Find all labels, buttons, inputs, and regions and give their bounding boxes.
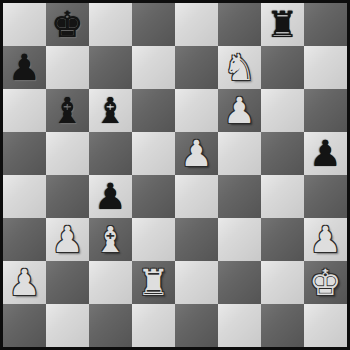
square-h4[interactable]	[304, 175, 347, 218]
square-d8[interactable]	[132, 3, 175, 46]
chess-board: ♚♜♟♞♝♝♟♟♟♟♟♝♟♟♜♚	[3, 3, 347, 347]
square-f5[interactable]	[218, 132, 261, 175]
square-d4[interactable]	[132, 175, 175, 218]
square-a4[interactable]	[3, 175, 46, 218]
piece-black-pawn-c4[interactable]: ♟	[94, 175, 126, 218]
square-b6[interactable]: ♝	[46, 89, 89, 132]
square-c4[interactable]: ♟	[89, 175, 132, 218]
square-h5[interactable]: ♟	[304, 132, 347, 175]
square-c6[interactable]: ♝	[89, 89, 132, 132]
square-g4[interactable]	[261, 175, 304, 218]
piece-white-knight-f7[interactable]: ♞	[223, 46, 255, 89]
square-a3[interactable]	[3, 218, 46, 261]
square-h1[interactable]	[304, 304, 347, 347]
square-b8[interactable]: ♚	[46, 3, 89, 46]
square-g1[interactable]	[261, 304, 304, 347]
square-h8[interactable]	[304, 3, 347, 46]
piece-black-pawn-h5[interactable]: ♟	[309, 132, 341, 175]
square-c8[interactable]	[89, 3, 132, 46]
piece-white-pawn-b3[interactable]: ♟	[51, 218, 83, 261]
square-h7[interactable]	[304, 46, 347, 89]
square-h6[interactable]	[304, 89, 347, 132]
square-d3[interactable]	[132, 218, 175, 261]
piece-white-pawn-a2[interactable]: ♟	[8, 261, 40, 304]
square-e2[interactable]	[175, 261, 218, 304]
piece-white-rook-d2[interactable]: ♜	[137, 261, 169, 304]
square-d6[interactable]	[132, 89, 175, 132]
square-c1[interactable]	[89, 304, 132, 347]
square-g8[interactable]: ♜	[261, 3, 304, 46]
piece-black-pawn-a7[interactable]: ♟	[8, 46, 40, 89]
square-e4[interactable]	[175, 175, 218, 218]
square-a6[interactable]	[3, 89, 46, 132]
square-e7[interactable]	[175, 46, 218, 89]
square-e6[interactable]	[175, 89, 218, 132]
square-c7[interactable]	[89, 46, 132, 89]
piece-white-pawn-h3[interactable]: ♟	[309, 218, 341, 261]
square-b2[interactable]	[46, 261, 89, 304]
square-g3[interactable]	[261, 218, 304, 261]
square-a2[interactable]: ♟	[3, 261, 46, 304]
square-a5[interactable]	[3, 132, 46, 175]
square-e5[interactable]: ♟	[175, 132, 218, 175]
square-c3[interactable]: ♝	[89, 218, 132, 261]
piece-white-pawn-e5[interactable]: ♟	[180, 132, 212, 175]
piece-black-bishop-c6[interactable]: ♝	[94, 89, 126, 132]
square-d1[interactable]	[132, 304, 175, 347]
square-b7[interactable]	[46, 46, 89, 89]
square-d7[interactable]	[132, 46, 175, 89]
square-b5[interactable]	[46, 132, 89, 175]
square-g6[interactable]	[261, 89, 304, 132]
piece-white-king-h2[interactable]: ♚	[309, 261, 341, 304]
square-h2[interactable]: ♚	[304, 261, 347, 304]
square-c5[interactable]	[89, 132, 132, 175]
square-a8[interactable]	[3, 3, 46, 46]
piece-black-rook-g8[interactable]: ♜	[266, 3, 298, 46]
square-d2[interactable]: ♜	[132, 261, 175, 304]
square-a7[interactable]: ♟	[3, 46, 46, 89]
square-d5[interactable]	[132, 132, 175, 175]
square-f4[interactable]	[218, 175, 261, 218]
square-e3[interactable]	[175, 218, 218, 261]
square-f1[interactable]	[218, 304, 261, 347]
square-f6[interactable]: ♟	[218, 89, 261, 132]
square-f8[interactable]	[218, 3, 261, 46]
square-f2[interactable]	[218, 261, 261, 304]
square-b4[interactable]	[46, 175, 89, 218]
square-c2[interactable]	[89, 261, 132, 304]
chess-board-frame: ♚♜♟♞♝♝♟♟♟♟♟♝♟♟♜♚	[0, 0, 350, 350]
square-e8[interactable]	[175, 3, 218, 46]
square-b1[interactable]	[46, 304, 89, 347]
square-g7[interactable]	[261, 46, 304, 89]
square-g2[interactable]	[261, 261, 304, 304]
square-e1[interactable]	[175, 304, 218, 347]
square-g5[interactable]	[261, 132, 304, 175]
piece-white-bishop-c3[interactable]: ♝	[94, 218, 126, 261]
square-h3[interactable]: ♟	[304, 218, 347, 261]
piece-black-king-b8[interactable]: ♚	[51, 3, 83, 46]
square-b3[interactable]: ♟	[46, 218, 89, 261]
piece-black-bishop-b6[interactable]: ♝	[51, 89, 83, 132]
square-f7[interactable]: ♞	[218, 46, 261, 89]
square-f3[interactable]	[218, 218, 261, 261]
square-a1[interactable]	[3, 304, 46, 347]
piece-white-pawn-f6[interactable]: ♟	[223, 89, 255, 132]
